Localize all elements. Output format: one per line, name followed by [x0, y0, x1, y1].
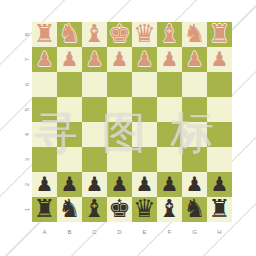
square-d6[interactable] [107, 72, 132, 97]
square-g8[interactable]: ♞ [182, 22, 207, 47]
square-e5[interactable] [132, 97, 157, 122]
square-g1[interactable]: ♞ [182, 197, 207, 222]
black-queen-icon: ♛ [133, 196, 155, 221]
white-bishop-icon: ♝ [83, 21, 105, 46]
black-pawn-icon: ♟ [86, 174, 104, 194]
file-label-d: D [107, 227, 132, 237]
square-e4[interactable] [132, 122, 157, 147]
square-b3[interactable] [57, 147, 82, 172]
square-f1[interactable]: ♝ [157, 197, 182, 222]
white-pawn-icon: ♟ [186, 49, 204, 69]
square-c5[interactable] [82, 97, 107, 122]
white-pawn-icon: ♟ [136, 49, 154, 69]
file-label-a: A [32, 227, 57, 237]
white-pawn-icon: ♟ [86, 49, 104, 69]
square-d5[interactable] [107, 97, 132, 122]
white-pawn-icon: ♟ [161, 49, 179, 69]
rank-labels: 87654321 [21, 22, 31, 222]
black-pawn-icon: ♟ [186, 174, 204, 194]
white-pawn-icon: ♟ [36, 49, 54, 69]
square-g3[interactable] [182, 147, 207, 172]
square-a3[interactable] [32, 147, 57, 172]
square-d7[interactable]: ♟ [107, 47, 132, 72]
chess-icon-scene: 87654321 ♜♞♝♚♛♝♞♜♟♟♟♟♟♟♟♟♟♟♟♟♟♟♟♟♜♞♝♚♛♝♞… [0, 0, 256, 256]
square-a8[interactable]: ♜ [32, 22, 57, 47]
square-h4[interactable] [207, 122, 232, 147]
square-f6[interactable] [157, 72, 182, 97]
square-c8[interactable]: ♝ [82, 22, 107, 47]
black-knight-icon: ♞ [58, 196, 80, 221]
square-e3[interactable] [132, 147, 157, 172]
black-king-icon: ♚ [108, 196, 130, 221]
black-pawn-icon: ♟ [136, 174, 154, 194]
square-b6[interactable] [57, 72, 82, 97]
square-b5[interactable] [57, 97, 82, 122]
white-pawn-icon: ♟ [111, 49, 129, 69]
black-rook-icon: ♜ [33, 196, 55, 221]
black-pawn-icon: ♟ [111, 174, 129, 194]
square-g6[interactable] [182, 72, 207, 97]
white-queen-icon: ♛ [133, 21, 155, 46]
square-d4[interactable] [107, 122, 132, 147]
black-rook-icon: ♜ [208, 196, 230, 221]
black-pawn-icon: ♟ [211, 174, 229, 194]
square-b1[interactable]: ♞ [57, 197, 82, 222]
square-e7[interactable]: ♟ [132, 47, 157, 72]
square-h3[interactable] [207, 147, 232, 172]
square-h6[interactable] [207, 72, 232, 97]
square-h1[interactable]: ♜ [207, 197, 232, 222]
white-knight-icon: ♞ [58, 21, 80, 46]
chess-board: ♜♞♝♚♛♝♞♜♟♟♟♟♟♟♟♟♟♟♟♟♟♟♟♟♜♞♝♚♛♝♞♜ [32, 22, 232, 222]
black-pawn-icon: ♟ [161, 174, 179, 194]
file-label-f: F [157, 227, 182, 237]
white-pawn-icon: ♟ [61, 49, 79, 69]
black-pawn-icon: ♟ [61, 174, 79, 194]
square-h7[interactable]: ♟ [207, 47, 232, 72]
black-bishop-icon: ♝ [83, 196, 105, 221]
square-h5[interactable] [207, 97, 232, 122]
square-f3[interactable] [157, 147, 182, 172]
square-a6[interactable] [32, 72, 57, 97]
white-king-icon: ♚ [108, 21, 130, 46]
file-label-g: G [182, 227, 207, 237]
white-pawn-icon: ♟ [211, 49, 229, 69]
square-b7[interactable]: ♟ [57, 47, 82, 72]
square-a4[interactable] [32, 122, 57, 147]
square-f7[interactable]: ♟ [157, 47, 182, 72]
square-a1[interactable]: ♜ [32, 197, 57, 222]
square-c7[interactable]: ♟ [82, 47, 107, 72]
square-f4[interactable] [157, 122, 182, 147]
square-f5[interactable] [157, 97, 182, 122]
white-rook-icon: ♜ [208, 21, 230, 46]
file-labels: ABCDEFGH [32, 227, 232, 237]
square-b4[interactable] [57, 122, 82, 147]
square-a5[interactable] [32, 97, 57, 122]
square-a7[interactable]: ♟ [32, 47, 57, 72]
square-c4[interactable] [82, 122, 107, 147]
square-d1[interactable]: ♚ [107, 197, 132, 222]
square-e6[interactable] [132, 72, 157, 97]
file-label-b: B [57, 227, 82, 237]
white-bishop-icon: ♝ [158, 21, 180, 46]
black-bishop-icon: ♝ [158, 196, 180, 221]
black-pawn-icon: ♟ [36, 174, 54, 194]
file-label-e: E [132, 227, 157, 237]
black-knight-icon: ♞ [183, 196, 205, 221]
white-rook-icon: ♜ [33, 21, 55, 46]
file-label-h: H [207, 227, 232, 237]
square-c3[interactable] [82, 147, 107, 172]
square-g5[interactable] [182, 97, 207, 122]
square-c1[interactable]: ♝ [82, 197, 107, 222]
square-d8[interactable]: ♚ [107, 22, 132, 47]
square-g4[interactable] [182, 122, 207, 147]
square-e1[interactable]: ♛ [132, 197, 157, 222]
square-h8[interactable]: ♜ [207, 22, 232, 47]
white-knight-icon: ♞ [183, 21, 205, 46]
square-f8[interactable]: ♝ [157, 22, 182, 47]
file-label-c: C [82, 227, 107, 237]
square-b8[interactable]: ♞ [57, 22, 82, 47]
square-g7[interactable]: ♟ [182, 47, 207, 72]
square-e8[interactable]: ♛ [132, 22, 157, 47]
square-d3[interactable] [107, 147, 132, 172]
square-c6[interactable] [82, 72, 107, 97]
